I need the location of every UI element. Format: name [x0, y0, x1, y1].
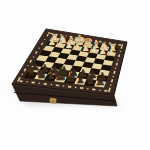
piece-black-knight-g8: ♞: [35, 65, 47, 81]
ornament-left-dot: [21, 73, 22, 74]
piece-white-pawn-a2: ♟: [107, 47, 115, 57]
ornament-near-dot: [99, 89, 101, 91]
ornament-near-dot: [75, 87, 77, 89]
piece-white-pawn-h2: ♟: [48, 37, 56, 47]
ornament-near-dot: [38, 82, 40, 84]
clasp: [49, 98, 56, 104]
corner-far-right-motif: [121, 44, 123, 46]
corner-near-left-motif: [17, 80, 19, 82]
piece-white-pawn-c2: ♟: [90, 44, 98, 54]
ornament-near-dot: [26, 81, 28, 83]
ornament-left-dot: [33, 56, 34, 57]
ornament-right-dot: [115, 68, 116, 69]
piece-white-pawn-f2: ♟: [65, 40, 73, 50]
ornament-right-dot: [112, 76, 114, 78]
ornament-right-dot: [110, 84, 112, 86]
corner-near-right-motif: [108, 90, 110, 92]
piece-white-pawn-d2: ♟: [82, 43, 90, 53]
piece-white-pawn-b2: ♟: [99, 46, 107, 56]
ornament-near-dash: [44, 83, 47, 85]
ornament-left-dot: [44, 39, 45, 40]
ornament-left-dot: [38, 48, 39, 49]
piece-white-pawn-g2: ♟: [56, 39, 64, 49]
ornament-right-dot: [120, 51, 121, 52]
ornament-near-dot: [87, 88, 89, 90]
chess-set-scene: ♜♞♝♛♚♝♞♜♟♟♟♟♟♟♟♟♟♟♟♟♟♟♟♟♜♞♝♛♚♝♞♜: [0, 0, 150, 150]
piece-white-pawn-e2: ♟: [73, 42, 81, 52]
piece-black-rook-h8: ♜: [26, 65, 37, 79]
ornament-near-dash: [19, 80, 22, 82]
product-photo: ♜♞♝♛♚♝♞♜♟♟♟♟♟♟♟♟♟♟♟♟♟♟♟♟♜♞♝♛♚♝♞♜: [0, 0, 150, 150]
ornament-near-dash: [31, 82, 34, 84]
ornament-right-dot: [117, 59, 118, 60]
